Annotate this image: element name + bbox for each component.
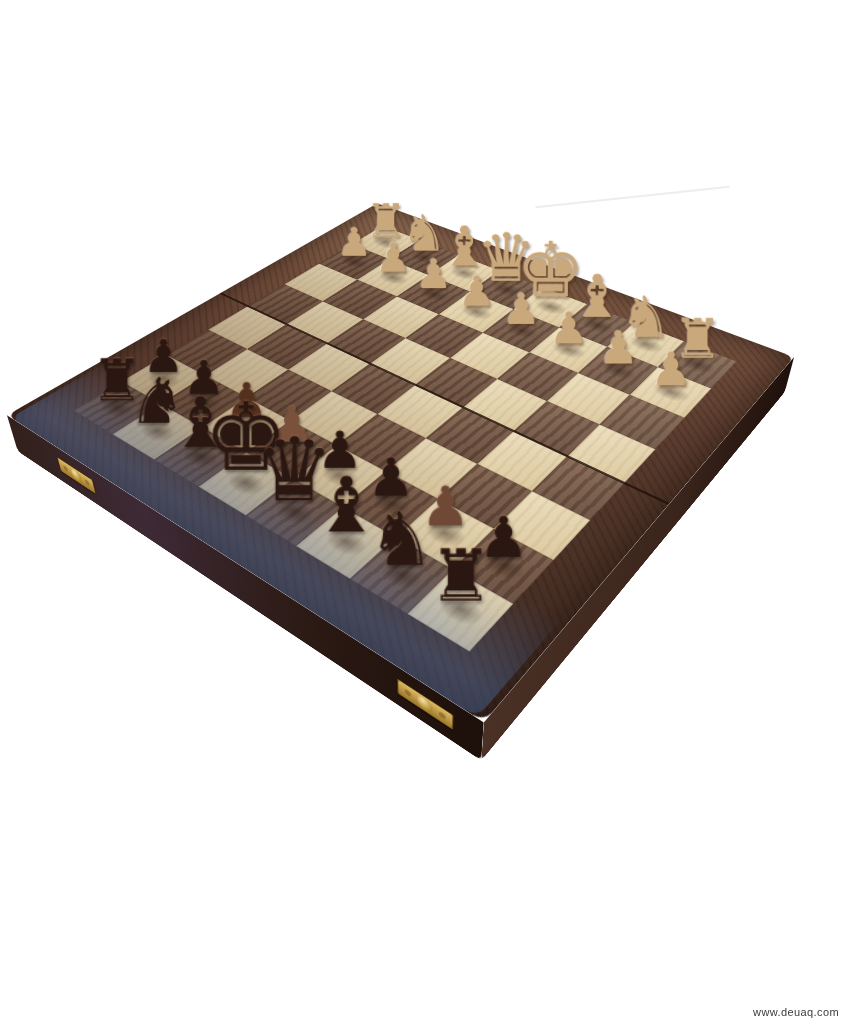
- piece-shadow: [464, 538, 542, 593]
- piece-shadow: [355, 479, 427, 527]
- piece-shadow: [408, 508, 483, 559]
- piece-shadow: [420, 579, 501, 639]
- piece-shadow: [309, 516, 384, 568]
- watermark: www.deuaq.com: [753, 1006, 839, 1018]
- product-photo: ♜♞♝♛♚♝♞♜♟♟♟♟♟♟♟♟♟♟♟♟♟♟♟♟♜♞♝♚♛♝♞♜ www.deu…: [0, 0, 845, 1024]
- piece-shadow: [305, 453, 375, 498]
- chess-board: ♜♞♝♛♚♝♞♜♟♟♟♟♟♟♟♟♟♟♟♟♟♟♟♟♜♞♝♚♛♝♞♜: [7, 203, 794, 722]
- piece-shadow: [362, 547, 440, 603]
- scene: ♜♞♝♛♚♝♞♜♟♟♟♟♟♟♟♟♟♟♟♟♟♟♟♟♜♞♝♚♛♝♞♜: [0, 0, 845, 1024]
